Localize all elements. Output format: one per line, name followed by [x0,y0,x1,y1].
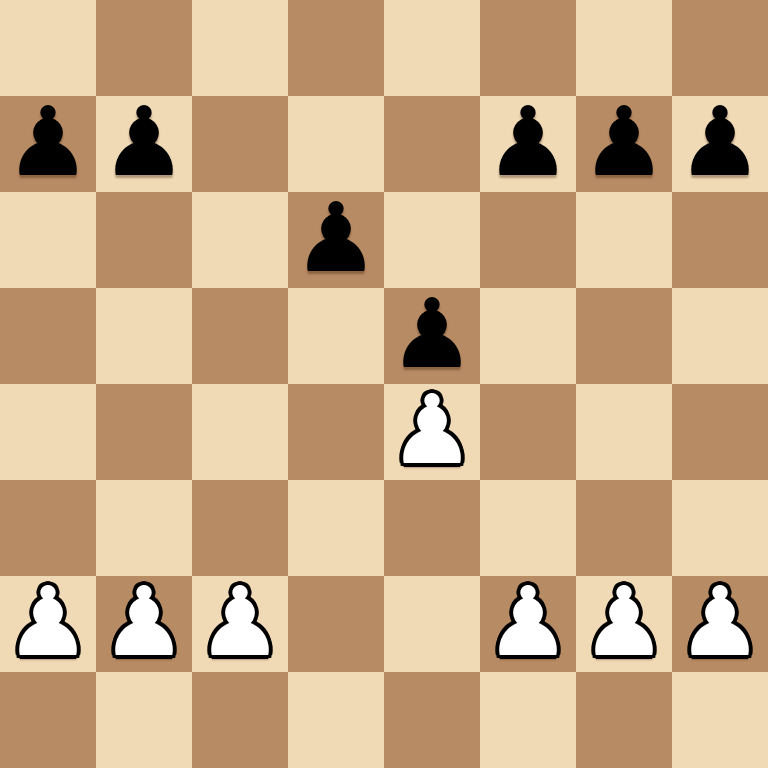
black-pawn[interactable]: ♟ [101,94,187,190]
square-b8[interactable] [96,0,192,96]
square-a2[interactable]: ♟ [0,576,96,672]
black-pawn[interactable]: ♟ [485,94,571,190]
square-b1[interactable] [96,672,192,768]
square-a4[interactable] [0,384,96,480]
square-h5[interactable] [672,288,768,384]
square-b2[interactable]: ♟ [96,576,192,672]
square-h3[interactable] [672,480,768,576]
square-b7[interactable]: ♟ [96,96,192,192]
square-e8[interactable] [384,0,480,96]
square-e4[interactable]: ♟ [384,384,480,480]
square-g6[interactable] [576,192,672,288]
square-g5[interactable] [576,288,672,384]
square-e1[interactable] [384,672,480,768]
square-f2[interactable]: ♟ [480,576,576,672]
chess-board: ♟♟♟♟♟♟♟♟♟♟♟♟♟♟ [0,0,768,768]
square-a8[interactable] [0,0,96,96]
square-f4[interactable] [480,384,576,480]
square-d4[interactable] [288,384,384,480]
square-d3[interactable] [288,480,384,576]
square-b4[interactable] [96,384,192,480]
square-c2[interactable]: ♟ [192,576,288,672]
square-a7[interactable]: ♟ [0,96,96,192]
square-h2[interactable]: ♟ [672,576,768,672]
square-f6[interactable] [480,192,576,288]
white-pawn[interactable]: ♟ [581,574,667,670]
square-c4[interactable] [192,384,288,480]
square-h8[interactable] [672,0,768,96]
square-g7[interactable]: ♟ [576,96,672,192]
white-pawn[interactable]: ♟ [677,574,763,670]
square-b5[interactable] [96,288,192,384]
square-c3[interactable] [192,480,288,576]
square-f5[interactable] [480,288,576,384]
black-pawn[interactable]: ♟ [581,94,667,190]
square-d5[interactable] [288,288,384,384]
square-d1[interactable] [288,672,384,768]
square-e2[interactable] [384,576,480,672]
white-pawn[interactable]: ♟ [389,382,475,478]
square-c5[interactable] [192,288,288,384]
square-a6[interactable] [0,192,96,288]
square-a5[interactable] [0,288,96,384]
white-pawn[interactable]: ♟ [485,574,571,670]
square-a1[interactable] [0,672,96,768]
square-e6[interactable] [384,192,480,288]
square-f8[interactable] [480,0,576,96]
square-a3[interactable] [0,480,96,576]
square-h7[interactable]: ♟ [672,96,768,192]
square-c1[interactable] [192,672,288,768]
square-d7[interactable] [288,96,384,192]
white-pawn[interactable]: ♟ [101,574,187,670]
square-f1[interactable] [480,672,576,768]
black-pawn[interactable]: ♟ [5,94,91,190]
square-g4[interactable] [576,384,672,480]
white-pawn[interactable]: ♟ [197,574,283,670]
square-b6[interactable] [96,192,192,288]
square-e5[interactable]: ♟ [384,288,480,384]
square-g8[interactable] [576,0,672,96]
square-e7[interactable] [384,96,480,192]
square-g1[interactable] [576,672,672,768]
black-pawn[interactable]: ♟ [293,190,379,286]
square-h6[interactable] [672,192,768,288]
square-d6[interactable]: ♟ [288,192,384,288]
square-h4[interactable] [672,384,768,480]
square-d8[interactable] [288,0,384,96]
square-g2[interactable]: ♟ [576,576,672,672]
white-pawn[interactable]: ♟ [5,574,91,670]
black-pawn[interactable]: ♟ [677,94,763,190]
square-d2[interactable] [288,576,384,672]
square-c7[interactable] [192,96,288,192]
square-f7[interactable]: ♟ [480,96,576,192]
square-h1[interactable] [672,672,768,768]
square-e3[interactable] [384,480,480,576]
black-pawn[interactable]: ♟ [389,286,475,382]
square-b3[interactable] [96,480,192,576]
square-g3[interactable] [576,480,672,576]
square-f3[interactable] [480,480,576,576]
square-c6[interactable] [192,192,288,288]
square-c8[interactable] [192,0,288,96]
